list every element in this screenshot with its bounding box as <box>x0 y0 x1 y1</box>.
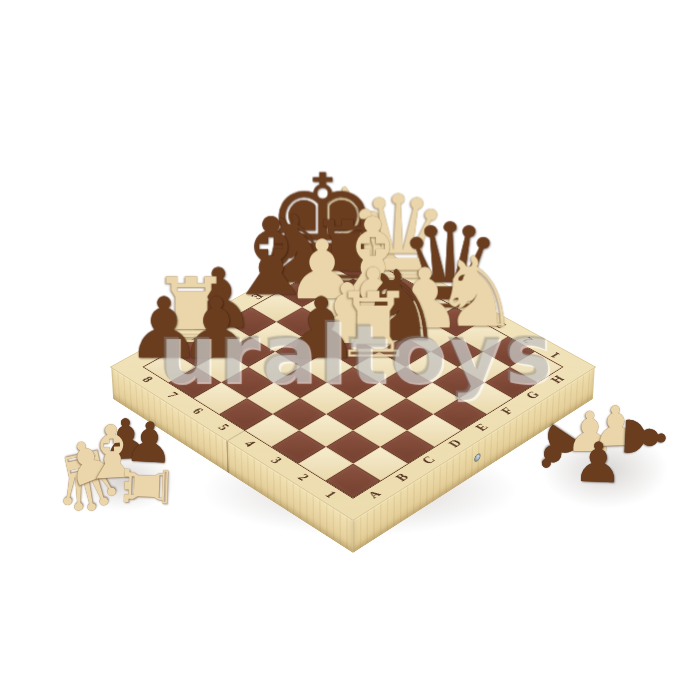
coord-label-B: B <box>394 472 411 483</box>
chess-board: 87654321H♞♟♛♛♞HG♚♜♝♟GF♞♟♟♞FE♝♟♜ED♟DC♟CB♜… <box>111 234 595 520</box>
coord-label-4: 4 <box>242 439 258 448</box>
coord-label-A: A <box>366 489 384 500</box>
coord-label-6: 6 <box>190 407 205 416</box>
coord-label-H: H <box>550 374 568 384</box>
square-d5[interactable]: ♟ <box>301 352 353 383</box>
coord-label-G: G <box>525 390 543 401</box>
hinge-screw <box>474 452 481 463</box>
coord-label-1: 1 <box>549 350 563 359</box>
coord-label-7: 7 <box>165 391 180 400</box>
coord-label-F: F <box>500 406 516 416</box>
coord-label-E: E <box>474 422 491 432</box>
offboard-right-black-pawn[interactable]: ♟ <box>615 411 673 463</box>
coord-label-D: D <box>448 438 466 449</box>
offboard-right-black-pawn[interactable]: ♟ <box>572 435 623 492</box>
coord-label-5: 5 <box>216 423 231 432</box>
coord-label-C: C <box>421 455 439 466</box>
coord-label-2: 2 <box>295 473 311 483</box>
product-photo-scene: 87654321H♞♟♛♛♞HG♚♜♝♟GF♞♟♟♞FE♝♟♜ED♟DC♟CB♜… <box>0 0 700 700</box>
square-a8[interactable]: ♟ <box>144 352 196 383</box>
coord-label-1: 1 <box>323 490 339 500</box>
coord-label-8: 8 <box>140 375 155 384</box>
offboard-left-white-rook[interactable]: ♜ <box>117 459 178 514</box>
coord-label-3: 3 <box>268 456 284 466</box>
piece-black-pawn-a8[interactable]: ♟ <box>94 286 234 370</box>
side-fold-seam <box>226 440 228 473</box>
